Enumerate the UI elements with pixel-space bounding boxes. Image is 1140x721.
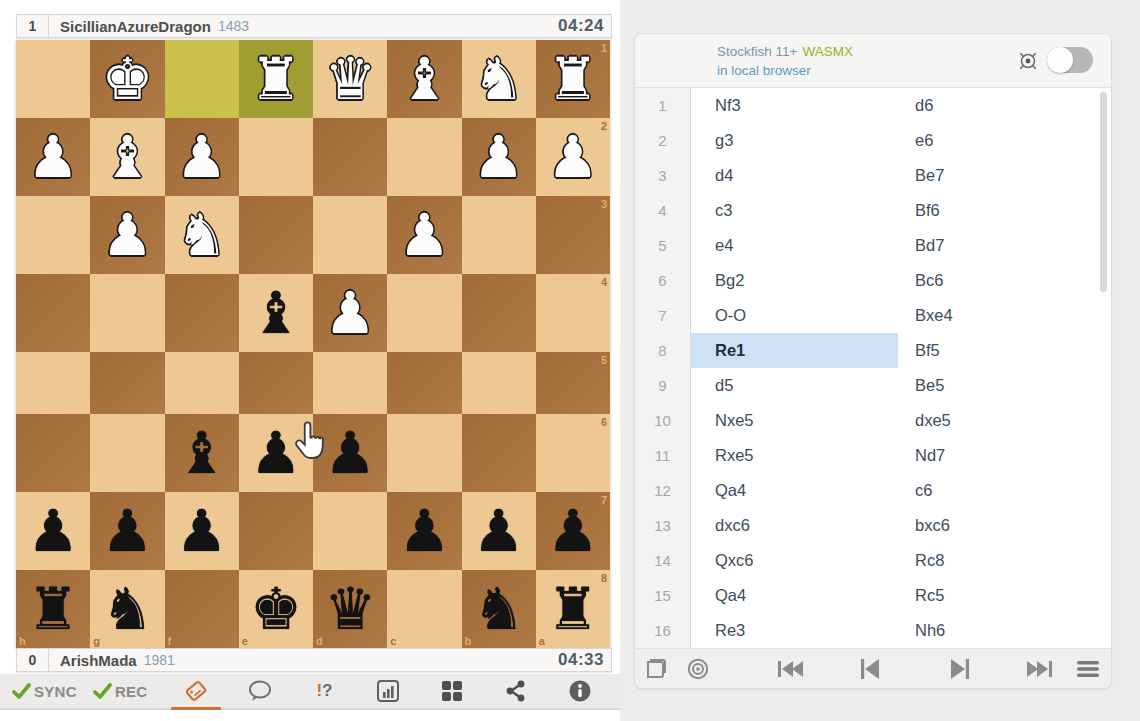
- square-g5[interactable]: [90, 352, 164, 414]
- move-row-8: 8Re1Bf5: [635, 333, 1111, 368]
- move-row-6: 6Bg2Bc6: [635, 263, 1111, 298]
- square-c2[interactable]: [387, 118, 461, 196]
- square-e4[interactable]: ♝: [239, 274, 313, 352]
- check-icon: [12, 683, 31, 699]
- white-move-15[interactable]: Qa4: [691, 578, 898, 613]
- first-move-button[interactable]: [777, 657, 803, 681]
- piece-black-pawn: ♟: [387, 492, 461, 570]
- piece-black-bishop: ♝: [239, 274, 313, 352]
- square-e1[interactable]: ♜: [239, 40, 313, 118]
- piece-white-bishop: ♝: [387, 40, 461, 118]
- move-number: 1: [635, 88, 691, 123]
- black-move-2[interactable]: e6: [898, 123, 1105, 158]
- next-icon: [949, 658, 971, 680]
- square-b4[interactable]: [462, 274, 536, 352]
- black-move-14[interactable]: Rc8: [898, 543, 1105, 578]
- rank-label-5: 5: [601, 354, 607, 366]
- piece-black-pawn: ♟: [90, 492, 164, 570]
- black-move-6[interactable]: Bc6: [898, 263, 1105, 298]
- move-row-10: 10Nxe5dxe5: [635, 403, 1111, 438]
- black-move-4[interactable]: Bf6: [898, 193, 1105, 228]
- engine-toggle-knob: [1047, 47, 1073, 73]
- piece-black-rook: ♜: [536, 570, 610, 648]
- move-number: 13: [635, 508, 691, 543]
- move-row-7: 7O-OBxe4: [635, 298, 1111, 333]
- chat-bubble-icon: [247, 679, 273, 703]
- square-a3[interactable]: 3: [536, 196, 610, 274]
- square-f5[interactable]: [165, 352, 239, 414]
- move-number: 2: [635, 123, 691, 158]
- rank-label-7: 7: [601, 494, 607, 506]
- analysis-panel: Stockfish 11+WASMX in local browser 1Nf3…: [634, 33, 1112, 689]
- move-number: 5: [635, 228, 691, 263]
- share-icon: [504, 679, 528, 703]
- check-icon: [93, 683, 112, 699]
- square-d5[interactable]: [313, 352, 387, 414]
- chess-board[interactable]: ♚♜♛♝♞♜1♟♝♟♟♟2♟♞♟3♝♟45♝♟♟6♟♟♟♟♟♟7♜h♞gf♚e♛…: [16, 40, 610, 648]
- white-move-8[interactable]: Re1: [691, 333, 898, 368]
- piece-black-knight: ♞: [462, 570, 536, 648]
- tab-boards-grid[interactable]: [437, 679, 467, 703]
- move-row-15: 15Qa4Rc5: [635, 578, 1111, 613]
- black-move-13[interactable]: bxc6: [898, 508, 1105, 543]
- tab-chart[interactable]: [373, 679, 403, 703]
- square-h5[interactable]: [16, 352, 90, 414]
- top-player-score: 1: [17, 15, 49, 37]
- square-g3[interactable]: ♟: [90, 196, 164, 274]
- info-icon: [568, 679, 592, 703]
- square-a8[interactable]: ♜8a: [536, 570, 610, 648]
- white-move-13[interactable]: dxc6: [691, 508, 898, 543]
- engine-target-icon[interactable]: [1017, 50, 1039, 72]
- square-g4[interactable]: [90, 274, 164, 352]
- previous-icon: [859, 658, 881, 680]
- square-a2[interactable]: ♟2: [536, 118, 610, 196]
- white-move-9[interactable]: d5: [691, 368, 898, 403]
- move-nav-bar: [635, 648, 1111, 688]
- move-number: 14: [635, 543, 691, 578]
- move-number: 7: [635, 298, 691, 333]
- square-c7[interactable]: ♟: [387, 492, 461, 570]
- square-a1[interactable]: ♜1: [536, 40, 610, 118]
- white-move-16[interactable]: Re3: [691, 613, 898, 648]
- piece-black-knight: ♞: [90, 570, 164, 648]
- white-move-14[interactable]: Qxc6: [691, 543, 898, 578]
- square-c3[interactable]: ♟: [387, 196, 461, 274]
- move-number: 10: [635, 403, 691, 438]
- piece-white-queen: ♛: [313, 40, 387, 118]
- share-button[interactable]: [501, 679, 531, 703]
- file-label-f: f: [168, 635, 172, 647]
- square-f7[interactable]: ♟: [165, 492, 239, 570]
- book-icon: [644, 658, 668, 680]
- square-b2[interactable]: ♟: [462, 118, 536, 196]
- black-move-9[interactable]: Be5: [898, 368, 1105, 403]
- square-f1[interactable]: [165, 40, 239, 118]
- piece-black-queen: ♛: [313, 570, 387, 648]
- white-move-1[interactable]: Nf3: [691, 88, 898, 123]
- move-list-scrollbar[interactable]: [1100, 92, 1107, 292]
- square-g2[interactable]: ♝: [90, 118, 164, 196]
- move-list: 1Nf3d62g3e63d4Be74c3Bf65e4Bd76Bg2Bc67O-O…: [635, 88, 1111, 648]
- white-move-3[interactable]: d4: [691, 158, 898, 193]
- engine-name: Stockfish 11+: [717, 44, 797, 59]
- bottom-player-clock: 04:33: [558, 650, 604, 670]
- move-row-16: 16Re3Nh6: [635, 613, 1111, 648]
- rank-label-8: 8: [601, 572, 607, 584]
- move-number: 4: [635, 193, 691, 228]
- last-move-button[interactable]: [1027, 657, 1053, 681]
- hamburger-menu-icon: [1076, 659, 1100, 679]
- square-d1[interactable]: ♛: [313, 40, 387, 118]
- square-e5[interactable]: [239, 352, 313, 414]
- square-f6[interactable]: ♝: [165, 414, 239, 492]
- top-player-rating: 1483: [218, 18, 249, 34]
- piece-black-pawn: ♟: [313, 414, 387, 492]
- white-move-4[interactable]: c3: [691, 193, 898, 228]
- black-move-15[interactable]: Rc5: [898, 578, 1105, 613]
- square-c4[interactable]: [387, 274, 461, 352]
- square-f3[interactable]: ♞: [165, 196, 239, 274]
- bottom-player-rating: 1981: [144, 652, 175, 668]
- piece-white-pawn: ♟: [387, 196, 461, 274]
- piece-white-pawn: ♟: [462, 118, 536, 196]
- square-e6[interactable]: ♟: [239, 414, 313, 492]
- file-label-b: b: [465, 635, 472, 647]
- black-move-16[interactable]: Nh6: [898, 613, 1105, 648]
- piece-black-rook: ♜: [16, 570, 90, 648]
- file-label-h: h: [19, 635, 26, 647]
- square-d8[interactable]: ♛d: [313, 570, 387, 648]
- piece-black-king: ♚: [239, 570, 313, 648]
- move-row-5: 5e4Bd7: [635, 228, 1111, 263]
- move-row-4: 4c3Bf6: [635, 193, 1111, 228]
- square-d7[interactable]: [313, 492, 387, 570]
- piece-white-pawn: ♟: [165, 118, 239, 196]
- piece-black-pawn: ♟: [165, 492, 239, 570]
- square-g6[interactable]: [90, 414, 164, 492]
- black-move-1[interactable]: d6: [898, 88, 1105, 123]
- file-label-c: c: [390, 635, 396, 647]
- piece-black-pawn: ♟: [462, 492, 536, 570]
- tab-tags[interactable]: [181, 678, 211, 704]
- white-move-11[interactable]: Rxe5: [691, 438, 898, 473]
- square-d3[interactable]: [313, 196, 387, 274]
- black-move-8[interactable]: Bf5: [898, 333, 1105, 368]
- focus-mode-button[interactable]: [685, 657, 711, 681]
- black-move-11[interactable]: Nd7: [898, 438, 1105, 473]
- square-g7[interactable]: ♟: [90, 492, 164, 570]
- jump-to-start-icon: [777, 659, 803, 679]
- piece-white-knight: ♞: [165, 196, 239, 274]
- white-move-6[interactable]: Bg2: [691, 263, 898, 298]
- square-c6[interactable]: [387, 414, 461, 492]
- square-h1[interactable]: [16, 40, 90, 118]
- black-move-3[interactable]: Be7: [898, 158, 1105, 193]
- move-number: 11: [635, 438, 691, 473]
- square-b6[interactable]: [462, 414, 536, 492]
- piece-white-bishop: ♝: [90, 118, 164, 196]
- game-area: 1 SicillianAzureDragon 1483 04:24 ♚♜♛♝♞♜…: [0, 0, 620, 721]
- piece-white-pawn: ♟: [90, 196, 164, 274]
- active-tab-underline: [171, 707, 221, 710]
- previous-move-button[interactable]: [857, 657, 883, 681]
- bottom-player-score: 0: [17, 649, 49, 671]
- piece-white-rook: ♜: [536, 40, 610, 118]
- next-move-button[interactable]: [947, 657, 973, 681]
- tab-practice[interactable]: !?: [309, 681, 339, 701]
- engine-toggle[interactable]: [1047, 47, 1093, 73]
- menu-button[interactable]: [1075, 657, 1101, 681]
- jump-to-end-icon: [1027, 659, 1053, 679]
- rank-label-3: 3: [601, 198, 607, 210]
- square-f8[interactable]: f: [165, 570, 239, 648]
- piece-white-pawn: ♟: [536, 118, 610, 196]
- move-row-1: 1Nf3d6: [635, 88, 1111, 123]
- move-number: 3: [635, 158, 691, 193]
- file-label-g: g: [93, 635, 100, 647]
- square-h7[interactable]: ♟: [16, 492, 90, 570]
- piece-white-pawn: ♟: [16, 118, 90, 196]
- file-label-e: e: [242, 635, 248, 647]
- file-label-d: d: [316, 635, 323, 647]
- black-move-7[interactable]: Bxe4: [898, 298, 1105, 333]
- white-move-2[interactable]: g3: [691, 123, 898, 158]
- piece-white-king: ♚: [90, 40, 164, 118]
- sync-button[interactable]: SYNC: [12, 683, 77, 700]
- square-c8[interactable]: c: [387, 570, 461, 648]
- square-h3[interactable]: [16, 196, 90, 274]
- square-b3[interactable]: [462, 196, 536, 274]
- grid-icon: [440, 679, 464, 703]
- engine-location: in local browser: [717, 61, 853, 80]
- tab-chat[interactable]: [245, 679, 275, 703]
- piece-white-knight: ♞: [462, 40, 536, 118]
- square-h6[interactable]: [16, 414, 90, 492]
- move-number: 12: [635, 473, 691, 508]
- square-a5[interactable]: 5: [536, 352, 610, 414]
- square-g8[interactable]: ♞g: [90, 570, 164, 648]
- black-move-12[interactable]: c6: [898, 473, 1105, 508]
- square-a4[interactable]: 4: [536, 274, 610, 352]
- square-d6[interactable]: ♟: [313, 414, 387, 492]
- square-d2[interactable]: [313, 118, 387, 196]
- move-number: 8: [635, 333, 691, 368]
- black-move-10[interactable]: dxe5: [898, 403, 1105, 438]
- move-row-12: 12Qa4c6: [635, 473, 1111, 508]
- tag-icon: [183, 678, 209, 704]
- piece-black-pawn: ♟: [16, 492, 90, 570]
- file-label-a: a: [539, 635, 545, 647]
- info-button[interactable]: [565, 679, 595, 703]
- square-e8[interactable]: ♚e: [239, 570, 313, 648]
- square-c5[interactable]: [387, 352, 461, 414]
- bottom-player-name[interactable]: ArishMada: [60, 652, 137, 669]
- opening-book-button[interactable]: [643, 657, 669, 681]
- concentric-circles-icon: [686, 657, 710, 681]
- move-number: 16: [635, 613, 691, 648]
- square-b5[interactable]: [462, 352, 536, 414]
- engine-header: Stockfish 11+WASMX in local browser: [635, 34, 1111, 88]
- white-move-7[interactable]: O-O: [691, 298, 898, 333]
- square-b1[interactable]: ♞: [462, 40, 536, 118]
- square-h8[interactable]: ♜h: [16, 570, 90, 648]
- square-d4[interactable]: ♟: [313, 274, 387, 352]
- rank-label-6: 6: [601, 416, 607, 428]
- square-a6[interactable]: 6: [536, 414, 610, 492]
- square-h4[interactable]: [16, 274, 90, 352]
- piece-black-bishop: ♝: [165, 414, 239, 492]
- square-b8[interactable]: ♞b: [462, 570, 536, 648]
- bottom-player-bar: 0 ArishMada 1981 04:33: [16, 648, 612, 672]
- top-player-bar: 1 SicillianAzureDragon 1483 04:24: [16, 14, 612, 38]
- piece-white-pawn: ♟: [313, 274, 387, 352]
- square-g1[interactable]: ♚: [90, 40, 164, 118]
- top-player-name[interactable]: SicillianAzureDragon: [60, 18, 211, 35]
- move-number: 9: [635, 368, 691, 403]
- white-move-5[interactable]: e4: [691, 228, 898, 263]
- black-move-5[interactable]: Bd7: [898, 228, 1105, 263]
- square-a7[interactable]: ♟7: [536, 492, 610, 570]
- piece-black-pawn: ♟: [239, 414, 313, 492]
- white-move-10[interactable]: Nxe5: [691, 403, 898, 438]
- move-row-3: 3d4Be7: [635, 158, 1111, 193]
- bar-chart-icon: [375, 679, 401, 703]
- rank-label-2: 2: [601, 120, 607, 132]
- square-h2[interactable]: ♟: [16, 118, 90, 196]
- square-b7[interactable]: ♟: [462, 492, 536, 570]
- study-toolbar: SYNC REC !?: [0, 674, 620, 710]
- square-e2[interactable]: [239, 118, 313, 196]
- square-f4[interactable]: [165, 274, 239, 352]
- rank-label-1: 1: [601, 42, 607, 54]
- move-row-11: 11Rxe5Nd7: [635, 438, 1111, 473]
- white-move-12[interactable]: Qa4: [691, 473, 898, 508]
- move-row-9: 9d5Be5: [635, 368, 1111, 403]
- rec-button[interactable]: REC: [93, 683, 148, 700]
- square-e7[interactable]: [239, 492, 313, 570]
- move-number: 6: [635, 263, 691, 298]
- rank-label-4: 4: [601, 276, 607, 288]
- piece-black-pawn: ♟: [536, 492, 610, 570]
- square-c1[interactable]: ♝: [387, 40, 461, 118]
- move-row-13: 13dxc6bxc6: [635, 508, 1111, 543]
- piece-white-rook: ♜: [239, 40, 313, 118]
- engine-variant: WASMX: [802, 44, 853, 59]
- move-row-2: 2g3e6: [635, 123, 1111, 158]
- square-f2[interactable]: ♟: [165, 118, 239, 196]
- square-e3[interactable]: [239, 196, 313, 274]
- move-row-14: 14Qxc6Rc8: [635, 543, 1111, 578]
- top-player-clock: 04:24: [558, 16, 604, 36]
- move-number: 15: [635, 578, 691, 613]
